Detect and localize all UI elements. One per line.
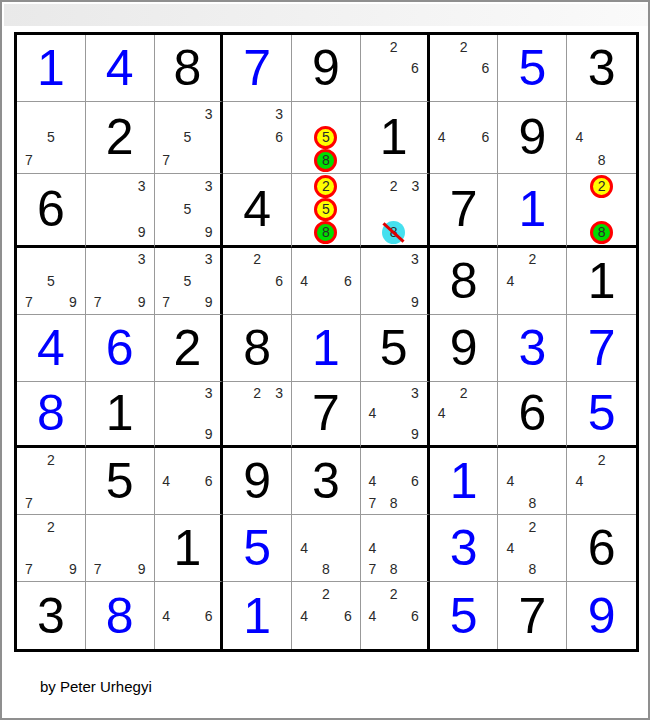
pencil-mark-slot: 4 [362,605,383,627]
pencil-mark-slot [362,198,382,221]
pencil-mark-slot [590,198,613,221]
cell-r1c2[interactable]: 4 [86,35,155,102]
candidate-digit: 4 [300,541,308,555]
pencil-mark-slot: 2 [590,449,612,470]
pencil-mark-slot [453,424,475,445]
pencil-mark-slot [87,175,109,198]
pencil-mark-slot [613,471,635,492]
cell-r2c9[interactable]: 48 [567,102,636,174]
candidate-digit: 4 [162,609,170,623]
cell-r2c8[interactable]: 9 [498,102,567,174]
cell-r1c8[interactable]: 5 [498,35,567,102]
entered-digit: 1 [243,591,271,641]
pencil-mark-slot [382,198,405,221]
pencil-mark-slot [18,516,40,537]
pencil-mark-slot [337,291,359,312]
cell-r9c3[interactable]: 46 [155,582,224,649]
cell-r7c6[interactable]: 4678 [361,448,430,515]
pencil-marks: 48 [567,102,636,173]
candidate-digit: 7 [25,496,33,510]
pencil-mark-slot [131,516,153,537]
cell-r4c6[interactable]: 39 [361,248,430,315]
cell-r8c9[interactable]: 6 [567,515,636,582]
cell-r6c9[interactable]: 5 [567,382,636,449]
cell-r6c6[interactable]: 349 [361,382,430,449]
cell-r7c5[interactable]: 3 [292,448,361,515]
pencil-mark-slot [156,221,177,244]
candidate-digit: 6 [482,130,490,144]
pencil-mark-slot [156,175,177,198]
pencil-mark-slot: 8 [521,559,543,580]
cell-r1c6[interactable]: 26 [361,35,430,102]
cell-r4c7[interactable]: 8 [430,248,499,315]
pencil-mark-slot [156,424,177,445]
pencil-mark-slot [177,221,198,244]
pencil-mark-slot: 2 [521,516,543,537]
pencil-mark-slot [337,149,358,172]
pencil-marks: 46 [292,248,360,314]
cell-r8c8[interactable]: 248 [498,515,567,582]
cell-r5c9[interactable]: 7 [567,315,636,382]
cell-r2c1[interactable]: 57 [17,102,86,174]
cell-r9c8[interactable]: 7 [498,582,567,649]
cell-r9c7[interactable]: 5 [430,582,499,649]
candidate-digit: 5 [184,202,192,216]
cell-r3c8[interactable]: 1 [498,174,567,248]
pencil-mark-slot: 7 [362,492,383,513]
pencil-mark-slot: 6 [475,126,497,149]
pencil-mark-slot: 9 [62,291,84,312]
pencil-mark-slot [613,198,635,221]
cell-r2c2[interactable]: 2 [86,102,155,174]
pencil-mark-slot [40,149,62,172]
pencil-mark-slot [337,538,359,559]
cell-r6c2[interactable]: 1 [86,382,155,449]
pencil-mark-slot [362,291,383,312]
pencil-marks: 279 [17,515,85,581]
pencil-mark-slot: 5 [40,270,62,291]
pencil-mark-slot [404,538,425,559]
cell-r5c6[interactable]: 5 [361,315,430,382]
candidate-digit: 4 [369,609,377,623]
pencil-marks: 36 [223,102,291,173]
pencil-mark-slot [405,221,425,244]
cell-r2c4[interactable]: 36 [223,102,292,174]
cell-r3c5[interactable]: 258 [292,174,361,248]
cell-r9c1[interactable]: 3 [17,582,86,649]
pencil-marks: 24 [567,448,636,514]
cell-r3c7[interactable]: 7 [430,174,499,248]
pencil-mark-slot [453,149,475,172]
cell-r5c3[interactable]: 2 [155,315,224,382]
candidate-digit-yellow: 2 [590,175,613,198]
cell-r2c7[interactable]: 46 [430,102,499,174]
candidate-digit: 2 [322,587,330,601]
pencil-mark-slot [40,559,62,580]
cell-r4c9[interactable]: 1 [567,248,636,315]
candidate-digit: 4 [300,274,308,288]
cell-r2c6[interactable]: 1 [361,102,430,174]
pencil-mark-slot [383,538,404,559]
candidate-digit-yellow: 2 [314,175,337,198]
pencil-marks: 246 [361,582,427,649]
candidate-digit: 2 [390,40,398,54]
pencil-mark-slot: 4 [362,471,383,492]
pencil-mark-slot [198,149,219,172]
cell-r6c5[interactable]: 7 [292,382,361,449]
pencil-marks: 579 [17,248,85,314]
pencil-mark-slot [543,249,565,270]
candidate-digit: 4 [438,406,446,420]
cell-r9c9[interactable]: 9 [567,582,636,649]
pencil-mark-slot [224,103,246,126]
pencil-mark-slot [293,583,315,605]
pencil-mark-slot: 2 [521,249,543,270]
cell-r6c1[interactable]: 8 [17,382,86,449]
cell-r1c4[interactable]: 7 [223,35,292,102]
candidate-digit: 2 [47,520,55,534]
pencil-mark-slot [224,403,246,424]
candidate-digit-green: 8 [590,221,613,244]
given-digit: 2 [106,112,134,162]
cell-r3c2[interactable]: 39 [86,174,155,248]
cell-r9c4[interactable]: 1 [223,582,292,649]
candidate-digit: 3 [275,386,283,400]
candidate-digit: 5 [47,274,55,288]
pencil-mark-slot: 4 [156,605,177,627]
pencil-mark-slot [156,198,177,221]
cell-r1c3[interactable]: 8 [155,35,224,102]
pencil-mark-slot [613,221,635,244]
pencil-mark-slot: 4 [362,403,383,424]
pencil-mark-slot: 4 [156,471,177,492]
pencil-mark-slot [293,516,315,537]
pencil-mark-slot: 3 [131,175,153,198]
pencil-mark-slot [87,249,109,270]
pencil-mark-slot [590,103,612,126]
pencil-mark-slot: 5 [177,198,198,221]
pencil-mark-slot: 6 [337,605,359,627]
candidate-digit: 9 [69,295,77,309]
cell-r2c5[interactable]: 58 [292,102,361,174]
cell-r4c8[interactable]: 24 [498,248,567,315]
pencil-mark-slot [453,103,475,126]
pencil-mark-slot [156,249,177,270]
candidate-digit: 8 [390,562,398,576]
pencil-mark-slot [475,103,497,126]
pencil-mark-slot: 7 [362,559,383,580]
candidate-digit: 6 [411,61,419,75]
pencil-mark-slot [521,471,543,492]
cell-r5c4[interactable]: 8 [223,315,292,382]
given-digit: 6 [518,388,546,438]
entered-digit: 5 [450,591,478,641]
cell-r4c3[interactable]: 3579 [155,248,224,315]
pencil-mark-slot [293,626,315,648]
pencil-mark-slot: 2 [383,36,404,57]
candidate-digit: 2 [253,252,261,266]
pencil-marks: 246 [292,582,360,649]
given-digit: 8 [243,323,271,373]
pencil-mark-slot: 8 [521,492,543,513]
pencil-mark-slot [362,57,383,78]
pencil-marks: 46 [430,102,498,173]
pencil-mark-slot [246,291,268,312]
candidate-digit: 2 [460,386,468,400]
cell-r6c4[interactable]: 23 [223,382,292,449]
pencil-marks: 238 [361,174,427,245]
pencil-mark-slot [362,221,382,244]
pencil-mark-slot [475,383,497,404]
candidate-digit: 9 [138,225,146,239]
pencil-mark-slot [337,126,358,149]
pencil-mark-slot [475,36,497,57]
pencil-mark-slot [246,149,268,172]
cell-r5c5[interactable]: 1 [292,315,361,382]
candidate-digit-yellow: 5 [314,126,337,149]
candidate-digit: 7 [25,562,33,576]
pencil-marks: 248 [498,515,566,581]
pencil-mark-slot: 9 [404,424,425,445]
cell-r7c1[interactable]: 27 [17,448,86,515]
pencil-mark-slot [337,249,359,270]
pencil-mark-slot [18,449,40,470]
given-digit: 2 [174,323,202,373]
pencil-mark-slot [224,270,246,291]
pencil-mark-slot [568,221,590,244]
pencil-mark-slot [499,291,521,312]
pencil-mark-slot: 4 [568,126,590,149]
candidate-digit: 4 [507,474,515,488]
cell-r4c2[interactable]: 379 [86,248,155,315]
pencil-mark-slot [224,291,246,312]
candidate-digit: 4 [438,130,446,144]
candidate-digit: 3 [205,252,213,266]
entered-digit: 7 [243,43,271,93]
pencil-marks: 258 [292,174,360,245]
pencil-mark-slot [315,270,337,291]
pencil-mark-slot [521,270,543,291]
candidate-digit: 9 [205,225,213,239]
pencil-mark-slot [224,149,246,172]
pencil-mark-slot [40,103,62,126]
candidate-digit: 9 [411,427,419,441]
pencil-mark-slot [590,471,612,492]
cell-r3c1[interactable]: 6 [17,174,86,248]
pencil-mark-slot [40,291,62,312]
cell-r8c1[interactable]: 279 [17,515,86,582]
pencil-mark-slot [177,383,198,404]
pencil-marks: 3579 [155,248,221,314]
pencil-mark-slot [431,36,453,57]
candidate-digit: 6 [411,474,419,488]
cell-r9c6[interactable]: 246 [361,582,430,649]
cell-r8c5[interactable]: 48 [292,515,361,582]
cell-r5c2[interactable]: 6 [86,315,155,382]
cell-r1c7[interactable]: 26 [430,35,499,102]
cell-r8c3[interactable]: 1 [155,515,224,582]
pencil-mark-slot [453,57,475,78]
pencil-mark-slot [156,492,177,513]
pencil-mark-slot [405,198,425,221]
pencil-mark-slot [543,449,565,470]
pencil-mark-slot [87,221,109,244]
cell-r1c1[interactable]: 1 [17,35,86,102]
pencil-mark-slot [383,605,404,627]
entered-digit: 7 [588,323,616,373]
pencil-marks: 39 [86,174,154,245]
pencil-mark-slot [293,103,314,126]
entered-digit: 5 [518,43,546,93]
given-digit: 6 [37,184,65,234]
pencil-mark-slot [383,249,404,270]
pencil-mark-slot [521,291,543,312]
cell-r1c9[interactable]: 3 [567,35,636,102]
pencil-marks: 28 [567,174,636,245]
cell-r3c3[interactable]: 359 [155,174,224,248]
cell-r7c8[interactable]: 48 [498,448,567,515]
cell-r7c9[interactable]: 24 [567,448,636,515]
pencil-mark-slot [315,626,337,648]
pencil-mark-slot: 3 [405,175,425,198]
cell-r9c5[interactable]: 246 [292,582,361,649]
pencil-mark-slot: 8 [314,149,337,172]
pencil-mark-slot [109,198,131,221]
pencil-marks: 379 [86,248,154,314]
pencil-mark-slot [404,516,425,537]
pencil-mark-slot: 4 [499,538,521,559]
candidate-digit: 5 [47,130,55,144]
pencil-marks: 58 [292,102,360,173]
entered-digit: 4 [37,323,65,373]
cell-r9c2[interactable]: 8 [86,582,155,649]
pencil-mark-slot [613,175,635,198]
pencil-mark-slot [404,626,425,648]
cell-r6c7[interactable]: 24 [430,382,499,449]
pencil-mark-slot: 5 [40,126,62,149]
cell-r4c1[interactable]: 579 [17,248,86,315]
pencil-mark-slot [337,559,359,580]
cell-r6c3[interactable]: 39 [155,382,224,449]
pencil-mark-slot [177,492,198,513]
pencil-mark-slot [431,424,453,445]
pencil-mark-slot: 6 [475,57,497,78]
cell-r5c8[interactable]: 3 [498,315,567,382]
pencil-mark-slot [109,270,131,291]
pencil-mark-slot [177,471,198,492]
pencil-mark-slot: 4 [499,270,521,291]
pencil-mark-slot [521,538,543,559]
pencil-mark-slot [613,449,635,470]
pencil-mark-slot [62,149,84,172]
candidate-digit: 6 [275,130,283,144]
given-digit: 9 [518,112,546,162]
pencil-mark-slot [198,198,219,221]
pencil-mark-slot [568,492,590,513]
pencil-mark-slot [590,492,612,513]
pencil-mark-slot [177,291,198,312]
candidate-digit: 3 [275,107,283,121]
pencil-mark-slot [543,291,565,312]
pencil-mark-slot [293,221,314,244]
pencil-mark-slot: 6 [404,605,425,627]
candidate-digit: 4 [575,474,583,488]
pencil-mark-slot [315,605,337,627]
entered-digit: 6 [106,323,134,373]
entered-digit: 1 [518,184,546,234]
pencil-mark-slot: 2 [246,249,268,270]
entered-digit: 5 [243,523,271,573]
pencil-mark-slot [268,149,290,172]
pencil-mark-slot [404,492,425,513]
pencil-mark-slot [431,57,453,78]
pencil-mark-slot: 3 [404,383,425,404]
pencil-mark-slot [499,492,521,513]
cell-r3c6[interactable]: 238 [361,174,430,248]
pencil-mark-slot: 9 [404,291,425,312]
pencil-mark-slot [109,538,131,559]
pencil-mark-slot [362,583,383,605]
entered-digit: 9 [588,591,616,641]
cell-r7c2[interactable]: 5 [86,448,155,515]
pencil-mark-slot [383,516,404,537]
sudoku-grid: 1487926265357235736581469486393594258238… [14,32,639,652]
pencil-mark-slot [362,79,383,100]
candidate-digit: 4 [507,541,515,555]
cell-r8c6[interactable]: 478 [361,515,430,582]
given-digit: 5 [380,323,408,373]
pencil-marks: 39 [155,382,221,446]
pencil-mark-slot [293,175,314,198]
pencil-mark-slot: 6 [268,270,290,291]
cell-r5c7[interactable]: 9 [430,315,499,382]
pencil-mark-slot [590,126,612,149]
pencil-mark-slot [362,449,383,470]
cell-r1c5[interactable]: 9 [292,35,361,102]
candidate-digit: 7 [25,295,33,309]
pencil-mark-slot [293,559,315,580]
cell-r7c7[interactable]: 1 [430,448,499,515]
pencil-mark-slot [431,103,453,126]
cell-r7c4[interactable]: 9 [223,448,292,515]
cell-r8c4[interactable]: 5 [223,515,292,582]
pencil-mark-slot [177,605,198,627]
cell-r3c4[interactable]: 4 [223,174,292,248]
pencil-mark-slot: 4 [499,471,521,492]
pencil-mark-slot [613,126,635,149]
candidate-digit: 4 [369,474,377,488]
cell-r6c8[interactable]: 6 [498,382,567,449]
pencil-mark-slot [246,403,268,424]
entered-digit: 1 [450,456,478,506]
cell-r5c1[interactable]: 4 [17,315,86,382]
pencil-mark-slot: 8 [315,559,337,580]
pencil-mark-slot [177,449,198,470]
cell-r3c9[interactable]: 28 [567,174,636,248]
cell-r4c4[interactable]: 26 [223,248,292,315]
cell-r7c3[interactable]: 46 [155,448,224,515]
pencil-mark-slot [543,270,565,291]
cell-r4c5[interactable]: 46 [292,248,361,315]
pencil-mark-slot: 6 [198,471,219,492]
entered-digit: 1 [37,43,65,93]
cell-r8c2[interactable]: 79 [86,515,155,582]
cell-r2c3[interactable]: 357 [155,102,224,174]
pencil-mark-slot [337,103,358,126]
pencil-mark-slot [156,270,177,291]
cell-r8c7[interactable]: 3 [430,515,499,582]
puzzle-window: 1487926265357235736581469486393594258238… [0,0,650,720]
